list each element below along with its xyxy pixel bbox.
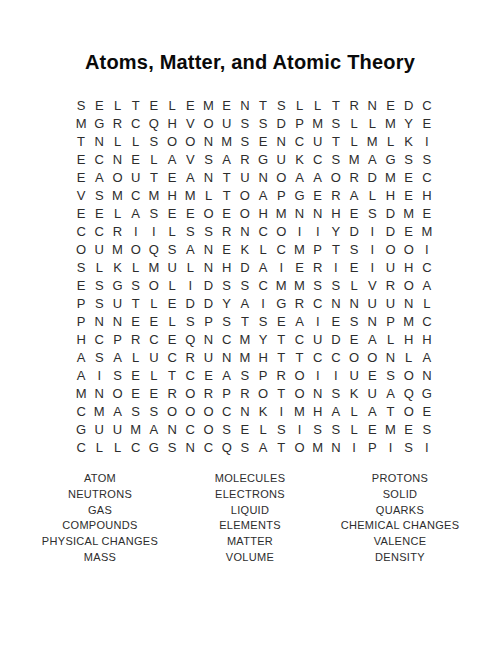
grid-cell: R — [218, 222, 236, 240]
grid-cell: E — [181, 204, 199, 222]
grid-cell: K — [108, 258, 126, 276]
grid-cell: C — [218, 403, 236, 421]
grid-cell: U — [272, 150, 290, 168]
grid-cell: M — [218, 132, 236, 150]
grid-cell: O — [108, 168, 126, 186]
grid-cell: S — [272, 421, 290, 439]
grid-cell: I — [418, 240, 436, 258]
grid-cell: S — [90, 295, 108, 313]
grid-cell: N — [236, 403, 254, 421]
grid-cell: O — [400, 403, 418, 421]
grid-cell: D — [199, 276, 217, 294]
grid-cell: S — [327, 385, 345, 403]
grid-cell: A — [327, 403, 345, 421]
grid-cell: S — [181, 222, 199, 240]
grid-cell: L — [90, 439, 108, 457]
grid-cell: A — [108, 403, 126, 421]
grid-cell: E — [363, 421, 381, 439]
grid-cell: D — [400, 96, 418, 114]
grid-cell: O — [236, 204, 254, 222]
grid-cell: M — [272, 276, 290, 294]
grid-cell: G — [145, 439, 163, 457]
puzzle-title: Atoms, Matter, and Atomic Theory — [0, 51, 500, 74]
grid-cell: A — [254, 186, 272, 204]
grid-cell: N — [327, 439, 345, 457]
grid-cell: Q — [145, 114, 163, 132]
grid-cell: Q — [181, 331, 199, 349]
grid-cell: I — [145, 222, 163, 240]
grid-cell: H — [400, 258, 418, 276]
grid-cell: R — [236, 385, 254, 403]
grid-cell: I — [363, 258, 381, 276]
grid-cell: M — [72, 114, 90, 132]
grid-cell: E — [163, 331, 181, 349]
word-list-item: ELECTRONS — [175, 487, 325, 503]
grid-cell: N — [199, 331, 217, 349]
grid-cell: L — [181, 258, 199, 276]
grid-cell: L — [163, 276, 181, 294]
grid-cell: R — [309, 258, 327, 276]
grid-cell: L — [108, 204, 126, 222]
grid-cell: S — [400, 439, 418, 457]
grid-cell: Y — [400, 114, 418, 132]
grid-cell: C — [418, 313, 436, 331]
grid-cell: M — [236, 349, 254, 367]
grid-cell: V — [72, 186, 90, 204]
grid-cell: C — [72, 403, 90, 421]
grid-cell: A — [418, 349, 436, 367]
grid-cell: C — [272, 240, 290, 258]
grid-cell: M — [400, 313, 418, 331]
grid-cell: D — [327, 331, 345, 349]
grid-cell: T — [272, 385, 290, 403]
grid-cell: G — [272, 295, 290, 313]
grid-cell: T — [327, 96, 345, 114]
grid-cell: A — [290, 168, 308, 186]
grid-cell: C — [199, 439, 217, 457]
grid-cell: C — [309, 295, 327, 313]
grid-cell: N — [218, 349, 236, 367]
grid-cell: E — [400, 168, 418, 186]
grid-cell: U — [309, 331, 327, 349]
grid-cell: M — [181, 186, 199, 204]
grid-cell: E — [345, 258, 363, 276]
grid-cell: P — [254, 367, 272, 385]
grid-cell: M — [90, 403, 108, 421]
grid-cell: T — [381, 403, 399, 421]
grid-cell: E — [309, 186, 327, 204]
word-list-item: CHEMICAL CHANGES — [325, 518, 475, 534]
grid-cell: I — [363, 222, 381, 240]
grid-cell: A — [218, 367, 236, 385]
grid-cell: L — [254, 240, 272, 258]
grid-cell: U — [363, 385, 381, 403]
grid-cell: L — [127, 258, 145, 276]
word-list-item: PHYSICAL CHANGES — [25, 534, 175, 550]
grid-cell: O — [290, 439, 308, 457]
grid-cell: K — [236, 240, 254, 258]
grid-cell: G — [381, 150, 399, 168]
grid-cell: S — [145, 132, 163, 150]
grid-cell: O — [272, 168, 290, 186]
grid-cell: A — [90, 168, 108, 186]
grid-cell: L — [418, 295, 436, 313]
grid-cell: G — [90, 114, 108, 132]
grid-cell: C — [90, 222, 108, 240]
word-list-item: MOLECULES — [175, 471, 325, 487]
grid-cell: C — [163, 349, 181, 367]
grid-cell: H — [218, 258, 236, 276]
grid-cell: U — [381, 295, 399, 313]
grid-cell: P — [108, 331, 126, 349]
grid-cell: H — [418, 186, 436, 204]
grid-cell: I — [272, 403, 290, 421]
grid-cell: R — [199, 385, 217, 403]
grid-cell: I — [290, 222, 308, 240]
grid-cell: R — [345, 96, 363, 114]
grid-cell: N — [199, 240, 217, 258]
grid-cell: S — [163, 439, 181, 457]
grid-cell: C — [254, 222, 272, 240]
grid-cell: N — [272, 132, 290, 150]
grid-cell: S — [418, 150, 436, 168]
grid-cell: E — [163, 168, 181, 186]
grid-cell: T — [327, 132, 345, 150]
grid-cell: T — [145, 168, 163, 186]
grid-cell: M — [108, 240, 126, 258]
grid-cell: A — [181, 168, 199, 186]
word-list-item: SOLID — [325, 487, 475, 503]
grid-cell: D — [181, 295, 199, 313]
grid-cell: U — [108, 295, 126, 313]
grid-cell: E — [127, 150, 145, 168]
grid-cell: E — [254, 132, 272, 150]
grid-cell: C — [418, 258, 436, 276]
grid-cell: C — [145, 331, 163, 349]
grid-cell: M — [381, 168, 399, 186]
grid-cell: N — [199, 258, 217, 276]
grid-cell: S — [272, 96, 290, 114]
grid-cell: L — [400, 349, 418, 367]
grid-cell: I — [290, 421, 308, 439]
grid-cell: L — [108, 96, 126, 114]
grid-cell: H — [163, 186, 181, 204]
grid-cell: L — [381, 132, 399, 150]
grid-cell: L — [108, 439, 126, 457]
grid-cell: H — [163, 114, 181, 132]
grid-cell: N — [400, 295, 418, 313]
grid-cell: U — [163, 258, 181, 276]
grid-cell: I — [127, 222, 145, 240]
grid-cell: T — [127, 96, 145, 114]
grid-cell: C — [309, 150, 327, 168]
grid-cell: A — [72, 367, 90, 385]
grid-cell: E — [236, 421, 254, 439]
grid-cell: S — [363, 204, 381, 222]
grid-cell: L — [145, 150, 163, 168]
grid-cell: O — [72, 240, 90, 258]
grid-cell: R — [108, 114, 126, 132]
grid-cell: V — [181, 114, 199, 132]
grid-cell: M — [381, 114, 399, 132]
grid-cell: S — [199, 150, 217, 168]
grid-cell: V — [363, 276, 381, 294]
grid-cell: D — [199, 295, 217, 313]
grid-cell: S — [309, 276, 327, 294]
word-search-grid: SELTELEMENTSLLTRNEDCMGRCQHVOUSSDPMSLLMYE… — [72, 96, 436, 457]
grid-cell: L — [163, 313, 181, 331]
grid-cell: S — [327, 114, 345, 132]
grid-cell: N — [199, 168, 217, 186]
grid-cell: U — [145, 349, 163, 367]
grid-cell: E — [327, 313, 345, 331]
grid-cell: E — [218, 240, 236, 258]
grid-cell: D — [236, 258, 254, 276]
grid-cell: R — [345, 168, 363, 186]
grid-cell: O — [127, 240, 145, 258]
grid-cell: S — [236, 367, 254, 385]
grid-cell: O — [327, 168, 345, 186]
grid-cell: S — [236, 439, 254, 457]
grid-cell: C — [309, 349, 327, 367]
grid-cell: P — [272, 186, 290, 204]
grid-cell: O — [163, 403, 181, 421]
grid-cell: L — [163, 222, 181, 240]
grid-cell: S — [254, 114, 272, 132]
grid-cell: N — [236, 222, 254, 240]
grid-cell: A — [381, 385, 399, 403]
grid-cell: C — [254, 276, 272, 294]
grid-cell: R — [108, 222, 126, 240]
grid-cell: N — [163, 421, 181, 439]
grid-cell: E — [145, 385, 163, 403]
grid-cell: A — [181, 240, 199, 258]
grid-cell: Q — [218, 439, 236, 457]
grid-cell: L — [363, 186, 381, 204]
grid-cell: H — [309, 403, 327, 421]
grid-cell: E — [218, 204, 236, 222]
grid-cell: Y — [218, 295, 236, 313]
grid-cell: V — [181, 150, 199, 168]
grid-cell: N — [290, 204, 308, 222]
grid-cell: M — [127, 421, 145, 439]
grid-cell: S — [309, 421, 327, 439]
grid-cell: E — [127, 367, 145, 385]
grid-cell: A — [236, 295, 254, 313]
grid-cell: I — [181, 276, 199, 294]
grid-cell: L — [345, 403, 363, 421]
grid-cell: O — [199, 421, 217, 439]
grid-cell: N — [363, 313, 381, 331]
grid-cell: T — [236, 313, 254, 331]
grid-cell: H — [400, 331, 418, 349]
grid-cell: R — [236, 150, 254, 168]
word-search-page: Atoms, Matter, and Atomic Theory SELTELE… — [0, 0, 500, 647]
grid-cell: A — [309, 168, 327, 186]
grid-cell: M — [381, 421, 399, 439]
grid-cell: I — [363, 240, 381, 258]
grid-cell: O — [400, 367, 418, 385]
grid-cell: U — [363, 295, 381, 313]
grid-cell: E — [199, 367, 217, 385]
grid-cell: T — [218, 186, 236, 204]
grid-cell: M — [345, 150, 363, 168]
grid-cell: A — [254, 439, 272, 457]
grid-cell: I — [418, 132, 436, 150]
grid-cell: G — [72, 421, 90, 439]
grid-cell: O — [181, 403, 199, 421]
grid-cell: O — [363, 349, 381, 367]
grid-cell: N — [236, 96, 254, 114]
grid-cell: Y — [254, 331, 272, 349]
grid-cell: N — [108, 150, 126, 168]
grid-cell: U — [236, 168, 254, 186]
grid-cell: O — [254, 385, 272, 403]
grid-cell: L — [345, 421, 363, 439]
grid-cell: I — [90, 367, 108, 385]
grid-cell: U — [90, 240, 108, 258]
grid-cell: N — [309, 385, 327, 403]
grid-cell: O — [236, 186, 254, 204]
grid-cell: A — [163, 150, 181, 168]
grid-cell: S — [163, 240, 181, 258]
grid-cell: T — [218, 168, 236, 186]
grid-cell: O — [181, 385, 199, 403]
grid-cell: G — [254, 150, 272, 168]
grid-cell: R — [290, 295, 308, 313]
grid-cell: E — [290, 258, 308, 276]
grid-cell: N — [90, 313, 108, 331]
grid-cell: I — [254, 295, 272, 313]
grid-cell: O — [199, 114, 217, 132]
grid-cell: Q — [145, 240, 163, 258]
grid-cell: I — [345, 439, 363, 457]
grid-cell: T — [327, 240, 345, 258]
grid-cell: E — [400, 186, 418, 204]
grid-cell: S — [381, 367, 399, 385]
grid-cell: I — [272, 258, 290, 276]
grid-cell: R — [381, 276, 399, 294]
grid-cell: A — [127, 204, 145, 222]
grid-cell: I — [309, 222, 327, 240]
grid-cell: N — [309, 204, 327, 222]
grid-cell: O — [290, 385, 308, 403]
grid-cell: L — [254, 421, 272, 439]
grid-cell: N — [381, 349, 399, 367]
grid-cell: S — [327, 276, 345, 294]
grid-cell: C — [290, 132, 308, 150]
grid-cell: T — [272, 439, 290, 457]
grid-cell: S — [236, 132, 254, 150]
grid-cell: D — [363, 168, 381, 186]
grid-cell: E — [345, 204, 363, 222]
grid-cell: S — [127, 403, 145, 421]
grid-cell: M — [290, 403, 308, 421]
grid-cell: T — [272, 331, 290, 349]
grid-cell: T — [254, 96, 272, 114]
grid-cell: L — [127, 132, 145, 150]
grid-cell: L — [199, 186, 217, 204]
grid-cell: O — [163, 132, 181, 150]
word-list-item: GAS — [25, 502, 175, 518]
grid-cell: L — [145, 367, 163, 385]
grid-cell: P — [381, 313, 399, 331]
grid-cell: S — [254, 313, 272, 331]
grid-cell: S — [418, 421, 436, 439]
grid-cell: A — [254, 258, 272, 276]
grid-cell: A — [108, 349, 126, 367]
grid-cell: N — [327, 295, 345, 313]
grid-cell: C — [127, 114, 145, 132]
grid-cell: S — [127, 276, 145, 294]
grid-cell: M — [272, 204, 290, 222]
grid-cell: R — [163, 385, 181, 403]
grid-cell: N — [418, 367, 436, 385]
grid-cell: A — [145, 421, 163, 439]
word-list-item: PROTONS — [325, 471, 475, 487]
grid-cell: E — [163, 295, 181, 313]
grid-cell: N — [108, 313, 126, 331]
grid-cell: I — [327, 258, 345, 276]
grid-cell: S — [218, 313, 236, 331]
grid-cell: S — [236, 114, 254, 132]
grid-cell: A — [418, 276, 436, 294]
grid-cell: D — [381, 222, 399, 240]
grid-cell: C — [72, 439, 90, 457]
word-list-item: MASS — [25, 549, 175, 565]
grid-cell: S — [218, 276, 236, 294]
grid-cell: L — [345, 132, 363, 150]
grid-cell: H — [327, 204, 345, 222]
grid-cell: E — [145, 313, 163, 331]
grid-cell: A — [363, 150, 381, 168]
grid-cell: U — [218, 114, 236, 132]
grid-cell: I — [381, 439, 399, 457]
grid-cell: L — [127, 349, 145, 367]
grid-cell: L — [363, 114, 381, 132]
grid-cell: N — [90, 132, 108, 150]
grid-cell: M — [290, 276, 308, 294]
grid-cell: S — [400, 150, 418, 168]
grid-cell: E — [272, 313, 290, 331]
word-list-item: NEUTRONS — [25, 487, 175, 503]
grid-cell: C — [181, 421, 199, 439]
grid-cell: L — [163, 96, 181, 114]
grid-cell: I — [309, 367, 327, 385]
grid-cell: M — [309, 439, 327, 457]
grid-cell: U — [381, 258, 399, 276]
grid-cell: O — [381, 240, 399, 258]
grid-cell: R — [272, 367, 290, 385]
grid-cell: E — [400, 222, 418, 240]
grid-cell: K — [400, 132, 418, 150]
grid-cell: K — [290, 150, 308, 168]
grid-cell: E — [418, 403, 436, 421]
grid-cell: M — [108, 186, 126, 204]
word-list-item: DENSITY — [325, 549, 475, 565]
word-list-item: MATTER — [175, 534, 325, 550]
grid-cell: E — [400, 421, 418, 439]
grid-cell: H — [254, 204, 272, 222]
grid-cell: P — [218, 385, 236, 403]
grid-cell: C — [90, 331, 108, 349]
grid-cell: L — [309, 96, 327, 114]
grid-cell: L — [345, 276, 363, 294]
grid-cell: T — [72, 132, 90, 150]
grid-cell: A — [363, 331, 381, 349]
grid-cell: E — [90, 204, 108, 222]
grid-cell: N — [363, 96, 381, 114]
